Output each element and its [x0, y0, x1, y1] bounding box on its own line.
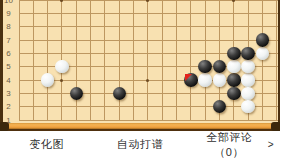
chevron-right-icon: > [268, 139, 274, 150]
stone-white [55, 60, 69, 74]
row-label: 2 [1, 102, 16, 111]
go-board[interactable]: 10987654321 [0, 0, 280, 131]
bottom-toolbar: 变化图 自动打谱 全部评论（0） > [0, 131, 280, 158]
star-point [232, 0, 235, 2]
stone-white [198, 73, 212, 87]
row-label: 5 [1, 62, 16, 71]
stone-black [227, 73, 241, 87]
row-label: 3 [1, 89, 16, 98]
last-move-marker [185, 74, 192, 81]
stone-black [227, 47, 241, 61]
stone-black [184, 73, 198, 87]
stone-white [41, 73, 55, 87]
stone-black [256, 33, 270, 47]
variation-diagram-label: 变化图 [29, 137, 64, 152]
auto-replay-label: 自动打谱 [117, 137, 163, 152]
stone-black [113, 87, 127, 101]
stone-black [213, 100, 227, 114]
stone-black [70, 87, 84, 101]
stone-white [213, 73, 227, 87]
stone-black [198, 60, 212, 74]
variation-diagram-button[interactable]: 变化图 [0, 136, 93, 153]
stone-white [241, 87, 255, 101]
app-screen: 10987654321 变化图 自动打谱 全部评论（0） > [0, 0, 280, 158]
board-frame-right [278, 0, 281, 124]
row-label: 7 [1, 36, 16, 45]
auto-replay-button[interactable]: 自动打谱 [93, 136, 186, 153]
stone-black [241, 47, 255, 61]
stone-white [256, 47, 270, 61]
stone-white [241, 100, 255, 114]
row-label: 10 [1, 0, 16, 5]
row-label: 6 [1, 49, 16, 58]
all-comments-label: 全部评论（0） [193, 130, 266, 159]
stone-white [241, 60, 255, 74]
stone-white [241, 73, 255, 87]
stone-white [227, 60, 241, 74]
board-frame-left [0, 0, 3, 124]
stone-black [227, 87, 241, 101]
row-label: 4 [1, 76, 16, 85]
stone-black [213, 60, 227, 74]
row-label: 9 [1, 9, 16, 18]
board-frame-corner-left [0, 122, 9, 131]
row-label: 8 [1, 22, 16, 31]
all-comments-button[interactable]: 全部评论（0） > [187, 129, 280, 159]
